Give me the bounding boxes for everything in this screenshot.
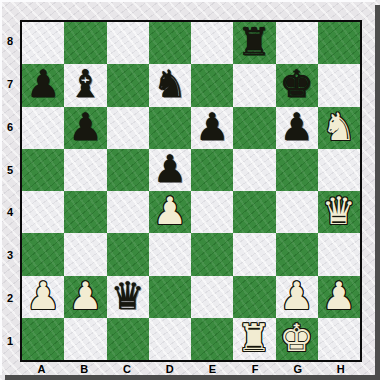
square-c4[interactable] [107,191,149,233]
square-a4[interactable] [22,191,64,233]
square-b8[interactable] [64,22,106,64]
square-e4[interactable] [191,191,233,233]
square-b7[interactable]: ♝ [64,64,106,106]
file-label-a: A [20,361,63,377]
piece-white-rook: ♜ [237,319,271,357]
square-b5[interactable] [64,149,106,191]
square-c3[interactable] [107,233,149,275]
piece-white-pawn: ♟ [26,277,60,315]
rank-label-3: 3 [0,234,20,277]
frame-shadow-right [375,5,380,380]
square-f2[interactable] [233,276,275,318]
rank-label-7: 7 [0,63,20,106]
square-h6[interactable]: ♞ [318,107,360,149]
square-e5[interactable] [191,149,233,191]
square-a6[interactable] [22,107,64,149]
file-label-e: E [191,361,234,377]
square-e1[interactable] [191,318,233,360]
square-g1[interactable]: ♚ [276,318,318,360]
square-a7[interactable]: ♟ [22,64,64,106]
square-f3[interactable] [233,233,275,275]
file-labels: ABCDEFGH [20,361,362,377]
square-d6[interactable] [149,107,191,149]
file-label-g: G [277,361,320,377]
square-f7[interactable] [233,64,275,106]
square-a3[interactable] [22,233,64,275]
square-b6[interactable]: ♟ [64,107,106,149]
piece-black-pawn: ♟ [68,108,102,146]
piece-white-pawn: ♟ [153,192,187,230]
piece-black-pawn: ♟ [280,108,314,146]
square-d3[interactable] [149,233,191,275]
square-h7[interactable] [318,64,360,106]
square-h5[interactable] [318,149,360,191]
square-c1[interactable] [107,318,149,360]
rank-labels: 87654321 [0,20,20,362]
square-g5[interactable] [276,149,318,191]
square-f1[interactable]: ♜ [233,318,275,360]
square-c8[interactable] [107,22,149,64]
square-h1[interactable] [318,318,360,360]
square-c2[interactable]: ♛ [107,276,149,318]
square-b3[interactable] [64,233,106,275]
square-b1[interactable] [64,318,106,360]
square-g7[interactable]: ♚ [276,64,318,106]
piece-black-king: ♚ [280,65,314,103]
square-h4[interactable]: ♛ [318,191,360,233]
square-d8[interactable] [149,22,191,64]
piece-white-pawn: ♟ [322,277,356,315]
square-b2[interactable]: ♟ [64,276,106,318]
rank-label-6: 6 [0,106,20,149]
square-a2[interactable]: ♟ [22,276,64,318]
square-d1[interactable] [149,318,191,360]
piece-black-pawn: ♟ [26,65,60,103]
piece-black-pawn: ♟ [153,150,187,188]
square-e6[interactable]: ♟ [191,107,233,149]
piece-white-king: ♚ [280,319,314,357]
square-g4[interactable] [276,191,318,233]
square-e7[interactable] [191,64,233,106]
square-g6[interactable]: ♟ [276,107,318,149]
square-g3[interactable] [276,233,318,275]
square-d4[interactable]: ♟ [149,191,191,233]
file-label-f: F [234,361,277,377]
piece-black-knight: ♞ [153,65,187,103]
file-label-c: C [106,361,149,377]
rank-label-2: 2 [0,277,20,320]
piece-white-queen: ♛ [322,192,356,230]
square-f8[interactable]: ♜ [233,22,275,64]
square-d2[interactable] [149,276,191,318]
rank-label-4: 4 [0,191,20,234]
square-f4[interactable] [233,191,275,233]
square-d7[interactable]: ♞ [149,64,191,106]
square-h3[interactable] [318,233,360,275]
square-e3[interactable] [191,233,233,275]
file-label-b: B [63,361,106,377]
square-f6[interactable] [233,107,275,149]
square-f5[interactable] [233,149,275,191]
frame-highlight-top [0,0,375,2]
square-b4[interactable] [64,191,106,233]
square-e2[interactable] [191,276,233,318]
square-c6[interactable] [107,107,149,149]
piece-black-bishop: ♝ [68,65,102,103]
square-c7[interactable] [107,64,149,106]
square-d5[interactable]: ♟ [149,149,191,191]
piece-white-knight: ♞ [322,108,356,146]
rank-label-1: 1 [0,319,20,362]
piece-white-pawn: ♟ [68,277,102,315]
square-h8[interactable] [318,22,360,64]
chess-board: ♜♟♝♞♚♟♟♟♞♟♟♛♟♟♛♟♟♜♚ [20,20,362,362]
square-h2[interactable]: ♟ [318,276,360,318]
square-a8[interactable] [22,22,64,64]
chess-diagram-frame: 87654321 ABCDEFGH ♜♟♝♞♚♟♟♟♞♟♟♛♟♟♛♟♟♜♚ [0,0,380,380]
square-c5[interactable] [107,149,149,191]
file-label-d: D [148,361,191,377]
rank-label-5: 5 [0,148,20,191]
piece-black-rook: ♜ [237,23,271,61]
piece-white-pawn: ♟ [280,277,314,315]
piece-black-pawn: ♟ [195,108,229,146]
square-a5[interactable] [22,149,64,191]
square-e8[interactable] [191,22,233,64]
square-g2[interactable]: ♟ [276,276,318,318]
square-a1[interactable] [22,318,64,360]
rank-label-8: 8 [0,20,20,63]
square-g8[interactable] [276,22,318,64]
file-label-h: H [319,361,362,377]
piece-black-queen: ♛ [111,277,145,315]
